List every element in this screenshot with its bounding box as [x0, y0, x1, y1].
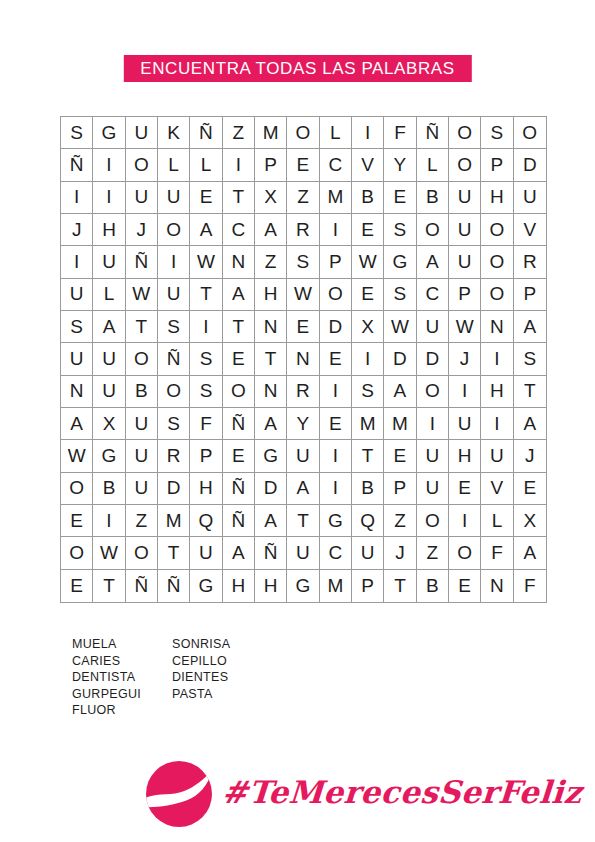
word-list-item: CARIES — [72, 653, 141, 670]
grid-cell: O — [158, 376, 190, 408]
grid-cell: D — [320, 311, 352, 343]
grid-cell: S — [190, 343, 222, 375]
grid-cell: X — [93, 408, 125, 440]
grid-cell: Ñ — [223, 505, 255, 537]
grid-cell: A — [255, 408, 287, 440]
grid-cell: I — [352, 117, 384, 149]
grid-cell: H — [255, 279, 287, 311]
grid-cell: U — [61, 279, 93, 311]
grid-cell: K — [158, 117, 190, 149]
grid-cell: D — [514, 149, 546, 181]
grid-cell: Y — [287, 408, 319, 440]
grid-cell: W — [93, 537, 125, 569]
grid-cell: O — [417, 214, 449, 246]
grid-cell: R — [287, 214, 319, 246]
grid-cell: Ñ — [190, 117, 222, 149]
grid-cell: D — [417, 343, 449, 375]
grid-cell: O — [126, 537, 158, 569]
grid-cell: E — [223, 343, 255, 375]
grid-cell: U — [449, 182, 481, 214]
grid-cell: O — [449, 149, 481, 181]
grid-cell: U — [449, 214, 481, 246]
grid-cell: S — [158, 311, 190, 343]
word-list-column-1: MUELACARIESDENTISTAGURPEGUIFLUOR — [72, 636, 141, 719]
grid-cell: I — [158, 246, 190, 278]
grid-cell: N — [481, 570, 513, 602]
grid-cell: U — [93, 376, 125, 408]
grid-cell: I — [320, 440, 352, 472]
word-list-column-2: SONRISACEPILLODIENTESPASTA — [172, 636, 230, 702]
grid-cell: E — [190, 182, 222, 214]
grid-cell: Z — [287, 182, 319, 214]
grid-cell: A — [61, 408, 93, 440]
grid-cell: I — [481, 343, 513, 375]
grid-cell: Ñ — [158, 343, 190, 375]
grid-cell: E — [352, 214, 384, 246]
grid-cell: T — [93, 570, 125, 602]
grid-cell: A — [223, 279, 255, 311]
grid-cell: U — [158, 279, 190, 311]
grid-cell: I — [190, 311, 222, 343]
grid-cell: A — [255, 505, 287, 537]
grid-cell: L — [481, 505, 513, 537]
word-search-grid: SGUKÑZMOLIFÑOSOÑIOLLIPECVYLOPDIIUUETXZMB… — [60, 116, 547, 603]
grid-cell: G — [384, 246, 416, 278]
word-list-item: MUELA — [72, 636, 141, 653]
grid-cell: T — [352, 440, 384, 472]
grid-cell: U — [514, 182, 546, 214]
grid-cell: S — [384, 214, 416, 246]
grid-cell: U — [190, 537, 222, 569]
grid-cell: V — [481, 473, 513, 505]
grid-cell: M — [320, 570, 352, 602]
grid-cell: H — [481, 182, 513, 214]
grid-cell: H — [93, 214, 125, 246]
grid-cell: G — [190, 570, 222, 602]
grid-cell: Ñ — [158, 570, 190, 602]
grid-cell: D — [384, 343, 416, 375]
grid-cell: E — [449, 473, 481, 505]
grid-cell: N — [61, 376, 93, 408]
grid-cell: Ñ — [417, 117, 449, 149]
grid-cell: O — [61, 537, 93, 569]
grid-cell: T — [287, 505, 319, 537]
grid-cell: I — [93, 182, 125, 214]
grid-cell: I — [93, 149, 125, 181]
grid-cell: U — [93, 343, 125, 375]
grid-cell: O — [417, 505, 449, 537]
grid-cell: I — [449, 376, 481, 408]
grid-cell: E — [320, 343, 352, 375]
grid-cell: O — [417, 376, 449, 408]
grid-cell: U — [449, 408, 481, 440]
grid-cell: U — [126, 408, 158, 440]
grid-cell: I — [61, 246, 93, 278]
grid-cell: J — [61, 214, 93, 246]
word-list-item: GURPEGUI — [72, 686, 141, 703]
grid-cell: U — [417, 311, 449, 343]
grid-cell: P — [384, 473, 416, 505]
grid-cell: U — [126, 182, 158, 214]
grid-cell: E — [223, 440, 255, 472]
grid-cell: O — [287, 117, 319, 149]
grid-cell: A — [384, 376, 416, 408]
grid-cell: U — [93, 246, 125, 278]
grid-cell: M — [255, 117, 287, 149]
grid-cell: X — [352, 311, 384, 343]
grid-cell: Z — [223, 117, 255, 149]
grid-cell: A — [514, 311, 546, 343]
grid-cell: O — [126, 149, 158, 181]
grid-cell: R — [287, 376, 319, 408]
grid-cell: I — [352, 343, 384, 375]
grid-cell: L — [417, 149, 449, 181]
grid-cell: P — [514, 279, 546, 311]
grid-cell: B — [417, 182, 449, 214]
grid-cell: E — [514, 473, 546, 505]
grid-cell: Ñ — [126, 246, 158, 278]
grid-cell: T — [255, 343, 287, 375]
grid-cell: E — [384, 440, 416, 472]
grid-cell: O — [449, 117, 481, 149]
grid-cell: F — [514, 570, 546, 602]
grid-cell: S — [287, 246, 319, 278]
grid-cell: P — [190, 440, 222, 472]
grid-cell: F — [384, 117, 416, 149]
grid-cell: E — [384, 182, 416, 214]
word-list-item: FLUOR — [72, 702, 141, 719]
grid-cell: V — [514, 214, 546, 246]
grid-cell: F — [190, 408, 222, 440]
grid-cell: M — [384, 408, 416, 440]
grid-cell: Y — [384, 149, 416, 181]
grid-cell: H — [481, 376, 513, 408]
grid-cell: Ñ — [61, 149, 93, 181]
grid-cell: R — [158, 440, 190, 472]
grid-cell: E — [320, 408, 352, 440]
grid-cell: E — [449, 570, 481, 602]
grid-cell: Ñ — [255, 537, 287, 569]
grid-cell: E — [61, 570, 93, 602]
grid-cell: U — [417, 473, 449, 505]
hashtag-text: #TeMerecesSerFeliz — [221, 774, 584, 810]
grid-cell: N — [255, 376, 287, 408]
grid-cell: B — [417, 570, 449, 602]
grid-cell: O — [61, 473, 93, 505]
word-list-item: DIENTES — [172, 669, 230, 686]
grid-cell: J — [126, 214, 158, 246]
grid-cell: W — [190, 246, 222, 278]
grid-cell: E — [61, 505, 93, 537]
grid-cell: H — [255, 570, 287, 602]
grid-cell: S — [481, 117, 513, 149]
grid-cell: U — [61, 343, 93, 375]
grid-cell: P — [255, 149, 287, 181]
grid-cell: I — [93, 505, 125, 537]
grid-cell: H — [449, 440, 481, 472]
grid-cell: S — [190, 376, 222, 408]
grid-cell: P — [352, 570, 384, 602]
grid-cell: I — [449, 505, 481, 537]
grid-cell: I — [320, 376, 352, 408]
grid-cell: G — [93, 440, 125, 472]
grid-cell: W — [287, 279, 319, 311]
grid-cell: D — [255, 473, 287, 505]
grid-cell: A — [190, 214, 222, 246]
grid-cell: G — [287, 570, 319, 602]
grid-cell: W — [61, 440, 93, 472]
word-list-item: SONRISA — [172, 636, 230, 653]
grid-cell: T — [158, 537, 190, 569]
grid-cell: A — [93, 311, 125, 343]
grid-cell: O — [320, 279, 352, 311]
grid-cell: A — [223, 537, 255, 569]
grid-cell: A — [255, 214, 287, 246]
grid-cell: N — [223, 246, 255, 278]
grid-cell: U — [481, 440, 513, 472]
grid-cell: B — [93, 473, 125, 505]
grid-cell: P — [320, 246, 352, 278]
grid-cell: T — [190, 279, 222, 311]
grid-cell: E — [287, 311, 319, 343]
grid-cell: S — [384, 279, 416, 311]
grid-cell: P — [481, 149, 513, 181]
grid-cell: R — [514, 246, 546, 278]
grid-cell: C — [417, 279, 449, 311]
grid-cell: Ñ — [223, 473, 255, 505]
grid-cell: J — [449, 343, 481, 375]
grid-cell: A — [417, 246, 449, 278]
grid-cell: L — [158, 149, 190, 181]
grid-cell: A — [514, 408, 546, 440]
smile-circle-logo-icon — [146, 761, 212, 827]
grid-cell: B — [126, 376, 158, 408]
grid-cell: A — [514, 537, 546, 569]
grid-cell: U — [126, 473, 158, 505]
grid-cell: H — [190, 473, 222, 505]
grid-cell: S — [514, 343, 546, 375]
page-title: ENCUENTRA TODAS LAS PALABRAS — [140, 59, 454, 78]
grid-cell: S — [61, 311, 93, 343]
grid-cell: Z — [384, 505, 416, 537]
grid-cell: O — [158, 214, 190, 246]
grid-cell: Ñ — [223, 408, 255, 440]
grid-cell: C — [320, 149, 352, 181]
grid-cell: M — [320, 182, 352, 214]
grid-cell: O — [126, 343, 158, 375]
grid-cell: S — [158, 408, 190, 440]
grid-cell: X — [255, 182, 287, 214]
grid-cell: E — [352, 279, 384, 311]
grid-cell: L — [190, 149, 222, 181]
grid-cell: O — [223, 376, 255, 408]
grid-cell: Z — [417, 537, 449, 569]
grid-cell: F — [481, 537, 513, 569]
grid-cell: S — [61, 117, 93, 149]
title-banner: ENCUENTRA TODAS LAS PALABRAS — [123, 55, 471, 82]
grid-cell: Z — [255, 246, 287, 278]
grid-cell: O — [514, 117, 546, 149]
grid-cell: J — [514, 440, 546, 472]
grid-cell: G — [93, 117, 125, 149]
grid-cell: O — [481, 279, 513, 311]
grid-cell: G — [320, 505, 352, 537]
grid-cell: T — [126, 311, 158, 343]
grid-cell: W — [126, 279, 158, 311]
grid-cell: U — [352, 537, 384, 569]
word-list-item: CEPILLO — [172, 653, 230, 670]
grid-cell: W — [352, 246, 384, 278]
word-list-item: DENTISTA — [72, 669, 141, 686]
grid-cell: U — [417, 440, 449, 472]
grid-cell: A — [287, 473, 319, 505]
grid-cell: Q — [190, 505, 222, 537]
grid-cell: P — [449, 279, 481, 311]
grid-cell: C — [320, 537, 352, 569]
grid-cell: Ñ — [126, 570, 158, 602]
grid-cell: L — [320, 117, 352, 149]
grid-cell: T — [223, 311, 255, 343]
grid-cell: I — [481, 408, 513, 440]
grid-cell: U — [287, 537, 319, 569]
word-list-item: PASTA — [172, 686, 230, 703]
grid-cell: V — [352, 149, 384, 181]
grid-cell: W — [384, 311, 416, 343]
grid-cell: T — [384, 570, 416, 602]
grid-cell: I — [417, 408, 449, 440]
grid-cell: C — [223, 214, 255, 246]
grid-cell: T — [514, 376, 546, 408]
grid-cell: E — [287, 149, 319, 181]
grid-cell: I — [223, 149, 255, 181]
grid-cell: I — [61, 182, 93, 214]
grid-cell: M — [158, 505, 190, 537]
grid-cell: D — [158, 473, 190, 505]
grid-cell: N — [481, 311, 513, 343]
grid-cell: S — [352, 376, 384, 408]
grid-cell: M — [352, 408, 384, 440]
grid-cell: Q — [352, 505, 384, 537]
grid-cell: N — [255, 311, 287, 343]
grid-cell: L — [93, 279, 125, 311]
grid-cell: I — [320, 214, 352, 246]
grid-cell: U — [449, 246, 481, 278]
grid-cell: J — [384, 537, 416, 569]
grid-cell: U — [126, 440, 158, 472]
grid-cell: N — [287, 343, 319, 375]
grid-cell: I — [320, 473, 352, 505]
grid-cell: U — [158, 182, 190, 214]
grid-cell: X — [514, 505, 546, 537]
grid-cell: W — [449, 311, 481, 343]
grid-cell: T — [223, 182, 255, 214]
grid-cell: O — [481, 246, 513, 278]
grid-cell: B — [352, 182, 384, 214]
grid-cell: U — [126, 117, 158, 149]
grid-cell: O — [449, 537, 481, 569]
grid-cell: O — [481, 214, 513, 246]
grid-cell: Z — [126, 505, 158, 537]
grid-cell: B — [352, 473, 384, 505]
grid-cell: H — [223, 570, 255, 602]
grid-cell: U — [287, 440, 319, 472]
grid-cell: G — [255, 440, 287, 472]
